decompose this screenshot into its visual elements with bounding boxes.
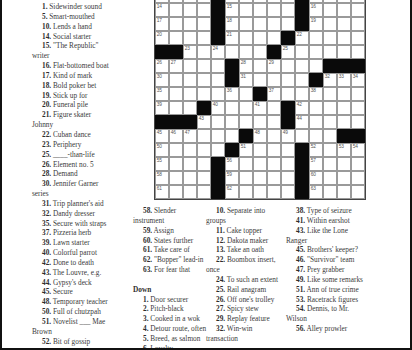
clue-number: 38. (296, 206, 305, 215)
clue-item: 37. Pizzeria herb (32, 228, 144, 238)
grid-cell[interactable] (337, 171, 351, 185)
grid-cell[interactable] (281, 87, 295, 101)
grid-cell[interactable] (239, 87, 253, 101)
grid-cell[interactable] (281, 17, 295, 31)
grid-cell[interactable] (239, 31, 253, 45)
grid-cell[interactable] (169, 143, 183, 157)
clue-number: 52. (42, 337, 51, 346)
crossword-page: 1415161718192021222324252627282930313233… (0, 0, 412, 350)
clue-text: Flat-bottomed boat (51, 61, 109, 70)
black-square (225, 73, 239, 87)
grid-cell[interactable] (253, 73, 267, 87)
cell-number: 55 (157, 158, 162, 163)
clue-text: Prey grabber (305, 265, 344, 274)
clue-item: 1. Door securer (133, 295, 207, 305)
cell-number: 16 (311, 4, 316, 9)
clue-text: Dandy dresser (51, 209, 95, 218)
grid-cell[interactable] (309, 45, 323, 59)
grid-cell[interactable] (183, 87, 197, 101)
clue-number: 56. (296, 324, 305, 333)
grid-cell[interactable]: 50 (155, 143, 169, 157)
grid-cell[interactable] (267, 171, 281, 185)
grid-cell[interactable] (183, 185, 197, 199)
grid-cell[interactable] (323, 129, 337, 143)
grid-cell[interactable] (323, 157, 337, 171)
grid-cell[interactable]: 39 (155, 101, 169, 115)
grid-cell[interactable] (267, 73, 281, 87)
clue-text: Rail anagram (225, 285, 266, 294)
grid-cell[interactable] (253, 45, 267, 59)
grid-cell[interactable] (267, 157, 281, 171)
grid-cell[interactable]: 18 (225, 17, 239, 31)
cell-number: 45 (157, 130, 162, 135)
grid-cell[interactable]: 57 (309, 157, 323, 171)
clue-text: Racetrack figures (305, 295, 358, 304)
grid-cell[interactable]: 43 (197, 115, 211, 129)
grid-cell[interactable]: 24 (211, 45, 225, 59)
clue-number: 13. (216, 245, 225, 254)
grid-cell[interactable] (295, 87, 309, 101)
grid-cell[interactable] (309, 101, 323, 115)
grid-cell[interactable] (253, 171, 267, 185)
grid-cell[interactable] (197, 129, 211, 143)
grid-cell[interactable] (351, 31, 365, 45)
cell-number: 26 (157, 60, 162, 65)
black-square (267, 45, 281, 59)
clue-number: 59. (143, 226, 152, 235)
grid-cell[interactable] (323, 87, 337, 101)
grid-cell[interactable] (169, 101, 183, 115)
grid-cell[interactable] (323, 31, 337, 45)
grid-cell[interactable] (197, 157, 211, 171)
clue-number: 51. (42, 317, 51, 326)
clue-number: 17. (42, 71, 51, 80)
clue-number: 12. (216, 236, 225, 245)
black-square (155, 45, 169, 59)
grid-cell[interactable] (281, 3, 295, 17)
grid-cell[interactable] (197, 3, 211, 17)
grid-cell[interactable] (253, 115, 267, 129)
grid-cell[interactable]: 51 (239, 143, 253, 157)
grid-cell[interactable] (351, 45, 365, 59)
grid-cell[interactable] (351, 87, 365, 101)
down-clues-column-3: 38. Type of seizure41. Within earshot43.… (286, 206, 380, 334)
grid-cell[interactable] (197, 17, 211, 31)
grid-cell[interactable] (239, 115, 253, 129)
clue-number: 62. (143, 255, 152, 264)
black-square (281, 31, 295, 45)
grid-cell[interactable] (337, 87, 351, 101)
grid-cell[interactable] (281, 171, 295, 185)
grid-cell[interactable] (281, 185, 295, 199)
clue-item: 38. Type of seizure (286, 206, 380, 216)
grid-cell[interactable]: 56 (225, 157, 239, 171)
clue-item: 28. Demand (32, 169, 144, 179)
black-square (295, 171, 309, 185)
grid-cell[interactable] (309, 115, 323, 129)
grid-cell[interactable] (197, 87, 211, 101)
grid-cell[interactable] (281, 73, 295, 87)
clue-number: 20. (42, 100, 51, 109)
black-square (281, 115, 295, 129)
grid-cell[interactable]: 16 (309, 3, 323, 17)
clue-number: 15. (42, 41, 51, 50)
black-square (351, 59, 365, 73)
grid-cell[interactable] (309, 31, 323, 45)
grid-cell[interactable] (183, 101, 197, 115)
grid-cell[interactable] (211, 115, 225, 129)
grid-cell[interactable]: 30 (155, 73, 169, 87)
black-square (337, 129, 351, 143)
clue-text: Lawn starter (51, 238, 90, 247)
grid-cell[interactable]: 52 (309, 143, 323, 157)
clue-number: 44. (42, 278, 51, 287)
grid-cell[interactable] (183, 73, 197, 87)
clue-text: Assign (152, 226, 174, 235)
grid-cell[interactable] (183, 157, 197, 171)
grid-cell[interactable]: 21 (225, 31, 239, 45)
down-header: Down (133, 285, 207, 295)
grid-cell[interactable] (183, 171, 197, 185)
grid-cell[interactable]: 29 (267, 59, 281, 73)
grid-cell[interactable] (267, 185, 281, 199)
grid-cell[interactable]: 61 (155, 185, 169, 199)
grid-cell[interactable] (183, 31, 197, 45)
clue-number: 54. (296, 304, 305, 313)
clue-text: States further (152, 236, 193, 245)
grid-cell[interactable]: 60 (309, 171, 323, 185)
grid-cell[interactable] (267, 17, 281, 31)
grid-cell[interactable] (197, 31, 211, 45)
clue-number: 26. (216, 295, 225, 304)
grid-cell[interactable]: 20 (155, 31, 169, 45)
grid-cell[interactable] (323, 3, 337, 17)
grid-cell[interactable]: 14 (155, 3, 169, 17)
grid-cell[interactable] (239, 45, 253, 59)
grid-cell[interactable] (253, 17, 267, 31)
cell-number: 37 (269, 88, 274, 93)
grid-cell[interactable] (351, 17, 365, 31)
grid-cell[interactable] (239, 157, 253, 171)
clue-item: 47. Prey grabber (286, 265, 380, 275)
clue-text: Bold poker bet (51, 81, 96, 90)
grid-cell[interactable]: 49 (281, 129, 295, 143)
clue-text: Take an oath (225, 245, 264, 254)
grid-cell[interactable]: 31 (239, 73, 253, 87)
grid-cell[interactable] (267, 31, 281, 45)
grid-cell[interactable] (337, 101, 351, 115)
cell-number: 22 (297, 32, 302, 37)
grid-cell[interactable] (323, 115, 337, 129)
grid-cell[interactable] (351, 185, 365, 199)
grid-cell[interactable] (239, 185, 253, 199)
grid-cell[interactable]: 53 (337, 143, 351, 157)
clue-item: 23. Periphery (32, 140, 144, 150)
grid-cell[interactable] (309, 59, 323, 73)
black-square (281, 101, 295, 115)
grid-cell[interactable] (211, 129, 225, 143)
grid-cell[interactable]: 35 (155, 87, 169, 101)
grid-cell[interactable] (323, 45, 337, 59)
grid-cell[interactable]: 42 (295, 101, 309, 115)
clue-text: "Bopper" lead-in (152, 255, 203, 264)
cell-number: 31 (241, 74, 246, 79)
grid-cell[interactable]: 46 (169, 129, 183, 143)
clue-item: 25. ____-than-life (32, 150, 144, 160)
clue-text: Full of chutzpah (51, 307, 101, 316)
clue-text: Brothers' keeper? (305, 245, 358, 254)
clue-item: 42. Done to death (32, 258, 144, 268)
clue-item: 43. The Louvre, e.g. (32, 268, 144, 278)
clue-item: 21. Figure skater Johnny (32, 110, 144, 130)
grid-cell[interactable] (267, 129, 281, 143)
grid-cell[interactable] (323, 143, 337, 157)
grid-cell[interactable] (197, 73, 211, 87)
grid-cell[interactable] (309, 129, 323, 143)
clue-item: 43. Like the Lone Ranger (286, 226, 380, 246)
grid-cell[interactable] (211, 59, 225, 73)
grid-cell[interactable] (197, 171, 211, 185)
clue-text: Off one's trolley (225, 295, 274, 304)
grid-cell[interactable]: 23 (183, 45, 197, 59)
grid-cell[interactable]: 38 (309, 87, 323, 101)
grid-cell[interactable] (239, 3, 253, 17)
grid-cell[interactable]: 25 (281, 45, 295, 59)
grid-cell[interactable] (239, 171, 253, 185)
black-square (211, 157, 225, 171)
grid-cell[interactable] (197, 143, 211, 157)
clue-item: 20. Funeral pile (32, 100, 144, 110)
clue-text: Periphery (51, 140, 81, 149)
grid-cell[interactable] (351, 3, 365, 17)
clue-item: 49. Like some remarks (286, 275, 380, 285)
cell-number: 14 (157, 4, 162, 9)
grid-cell[interactable] (183, 17, 197, 31)
grid-cell[interactable] (169, 73, 183, 87)
clue-text: Door securer (148, 295, 188, 304)
grid-cell[interactable] (169, 17, 183, 31)
clue-text: Secure (51, 287, 73, 296)
grid-cell[interactable] (267, 3, 281, 17)
grid-cell[interactable] (337, 31, 351, 45)
cell-number: 47 (185, 130, 190, 135)
cell-number: 52 (311, 144, 316, 149)
grid-cell[interactable] (197, 45, 211, 59)
grid-cell[interactable] (239, 17, 253, 31)
clue-item: 27. Spicy stew (206, 304, 286, 314)
grid-cell[interactable] (281, 157, 295, 171)
grid-cell[interactable]: 54 (351, 143, 365, 157)
clue-text: Pitch-black (148, 304, 183, 313)
grid-cell[interactable] (337, 3, 351, 17)
black-square (309, 73, 323, 87)
grid-cell[interactable] (337, 115, 351, 129)
grid-cell[interactable] (253, 59, 267, 73)
grid-cell[interactable]: 55 (155, 157, 169, 171)
grid-cell[interactable] (169, 185, 183, 199)
black-square (169, 115, 183, 129)
grid-cell[interactable]: 22 (295, 31, 309, 45)
grid-cell[interactable] (169, 87, 183, 101)
grid-cell[interactable] (197, 59, 211, 73)
grid-cell[interactable] (351, 171, 365, 185)
clue-item: 19. Stick up for (32, 91, 144, 101)
black-square (323, 59, 337, 73)
grid-cell[interactable] (169, 157, 183, 171)
clue-text: Colorful parrot (51, 248, 97, 257)
grid-cell[interactable] (183, 143, 197, 157)
across-clues-column: 1. Sidewinder sound5. Smart-mouthed10. L… (32, 2, 144, 347)
clue-text: Stick up for (51, 91, 87, 100)
clue-item: 6. Loyalty (133, 344, 207, 350)
clue-number: 21. (42, 110, 51, 119)
grid-cell[interactable] (267, 143, 281, 157)
across-tail-and-down-clues-column: 58. Slender instrument59. Assign60. Stat… (133, 206, 207, 350)
cell-number: 34 (353, 74, 358, 79)
cell-number: 32 (325, 74, 330, 79)
cell-number: 27 (171, 60, 176, 65)
clue-text: Spicy stew (225, 304, 259, 313)
grid-cell[interactable] (323, 101, 337, 115)
cell-number: 59 (227, 172, 232, 177)
clue-item: 1. Sidewinder sound (32, 2, 144, 12)
grid-cell[interactable] (225, 101, 239, 115)
cell-number: 48 (255, 130, 260, 135)
grid-cell[interactable]: 48 (253, 129, 267, 143)
clue-text: Sidewinder sound (47, 2, 101, 11)
grid-cell[interactable] (351, 157, 365, 171)
grid-cell[interactable] (197, 185, 211, 199)
clue-text: Bit of gossip (51, 337, 90, 346)
grid-cell[interactable]: 59 (225, 171, 239, 185)
grid-cell[interactable] (267, 115, 281, 129)
black-square (183, 115, 197, 129)
cell-number: 17 (157, 18, 162, 23)
clue-item: 51. Novelist ___ Mae Brown (32, 317, 144, 337)
clue-number: 53. (296, 295, 305, 304)
grid-cell[interactable] (183, 3, 197, 17)
grid-cell[interactable]: 36 (225, 87, 239, 101)
cell-number: 19 (311, 18, 316, 23)
grid-cell[interactable] (337, 17, 351, 31)
grid-cell[interactable] (295, 129, 309, 143)
grid-cell[interactable] (169, 3, 183, 17)
grid-cell[interactable] (295, 59, 309, 73)
clue-item: 25. Rail anagram (206, 285, 286, 295)
clue-item: 10. Lends a hand (32, 22, 144, 32)
clue-item: 13. Take an oath (206, 245, 286, 255)
cell-number: 46 (171, 130, 176, 135)
grid-cell[interactable]: 34 (351, 73, 365, 87)
grid-cell[interactable] (253, 3, 267, 17)
grid-cell[interactable] (323, 171, 337, 185)
grid-cell[interactable] (337, 45, 351, 59)
grid-cell[interactable] (253, 157, 267, 171)
grid-cell[interactable] (323, 185, 337, 199)
grid-cell[interactable] (281, 143, 295, 157)
grid-cell[interactable]: 41 (253, 101, 267, 115)
grid-cell[interactable]: 33 (337, 73, 351, 87)
clue-text: Type of seizure (305, 206, 352, 215)
grid-cell[interactable] (337, 185, 351, 199)
grid-cell[interactable]: 26 (155, 59, 169, 73)
grid-cell[interactable] (211, 73, 225, 87)
black-square (211, 3, 225, 17)
grid-cell[interactable] (211, 143, 225, 157)
grid-cell[interactable] (337, 157, 351, 171)
grid-cell[interactable]: 15 (225, 3, 239, 17)
clue-number: 31. (42, 199, 51, 208)
clue-text: Social starter (51, 32, 91, 41)
cell-number: 15 (227, 4, 232, 9)
grid-cell[interactable]: 27 (169, 59, 183, 73)
grid-cell[interactable] (225, 115, 239, 129)
black-square (225, 143, 239, 157)
clue-item: 14. Social starter (32, 32, 144, 42)
clue-item: 26. Off one's trolley (206, 295, 286, 305)
grid-cell[interactable]: 17 (155, 17, 169, 31)
clue-item: 32. Win-win transaction (206, 324, 286, 344)
grid-cell[interactable]: 28 (239, 59, 253, 73)
grid-cell[interactable] (253, 185, 267, 199)
grid-cell[interactable] (169, 31, 183, 45)
grid-cell[interactable]: 47 (183, 129, 197, 143)
clue-number: 16. (42, 61, 51, 70)
grid-cell[interactable] (169, 171, 183, 185)
clue-text: Win-win transaction (206, 324, 252, 343)
grid-cell[interactable]: 45 (155, 129, 169, 143)
grid-cell[interactable] (295, 45, 309, 59)
clue-number: 45. (42, 287, 51, 296)
cell-number: 33 (339, 74, 344, 79)
grid-cell[interactable]: 37 (267, 87, 281, 101)
clue-text: "Survivor" team (305, 255, 354, 264)
clue-number: 32. (216, 324, 225, 333)
grid-cell[interactable] (225, 129, 239, 143)
clue-text: Replay feature (225, 314, 270, 323)
black-square (211, 31, 225, 45)
grid-cell[interactable]: 62 (225, 185, 239, 199)
clue-number: 35. (42, 219, 51, 228)
cell-number: 60 (311, 172, 316, 177)
grid-cell[interactable]: 19 (309, 17, 323, 31)
clue-text: Detour route, often (148, 324, 206, 333)
cell-number: 50 (157, 144, 162, 149)
grid-cell[interactable] (351, 115, 365, 129)
grid-cell[interactable]: 58 (155, 171, 169, 185)
clue-text: Secure with straps (51, 219, 106, 228)
grid-cell[interactable] (239, 101, 253, 115)
grid-cell[interactable]: 40 (211, 101, 225, 115)
grid-cell[interactable] (281, 59, 295, 73)
grid-cell[interactable]: 32 (323, 73, 337, 87)
grid-cell[interactable]: 63 (309, 185, 323, 199)
clue-number: 23. (42, 140, 51, 149)
grid-cell[interactable] (253, 143, 267, 157)
grid-cell[interactable] (225, 45, 239, 59)
grid-cell[interactable] (267, 101, 281, 115)
grid-cell[interactable] (183, 59, 197, 73)
clue-number: 10. (216, 206, 225, 215)
grid-cell[interactable] (351, 101, 365, 115)
clue-text: The Louvre, e.g. (51, 268, 101, 277)
grid-cell[interactable] (253, 31, 267, 45)
grid-cell[interactable] (323, 17, 337, 31)
black-square (225, 59, 239, 73)
grid-cell[interactable]: 44 (295, 115, 309, 129)
grid-cell[interactable] (211, 87, 225, 101)
grid-cell[interactable] (295, 73, 309, 87)
